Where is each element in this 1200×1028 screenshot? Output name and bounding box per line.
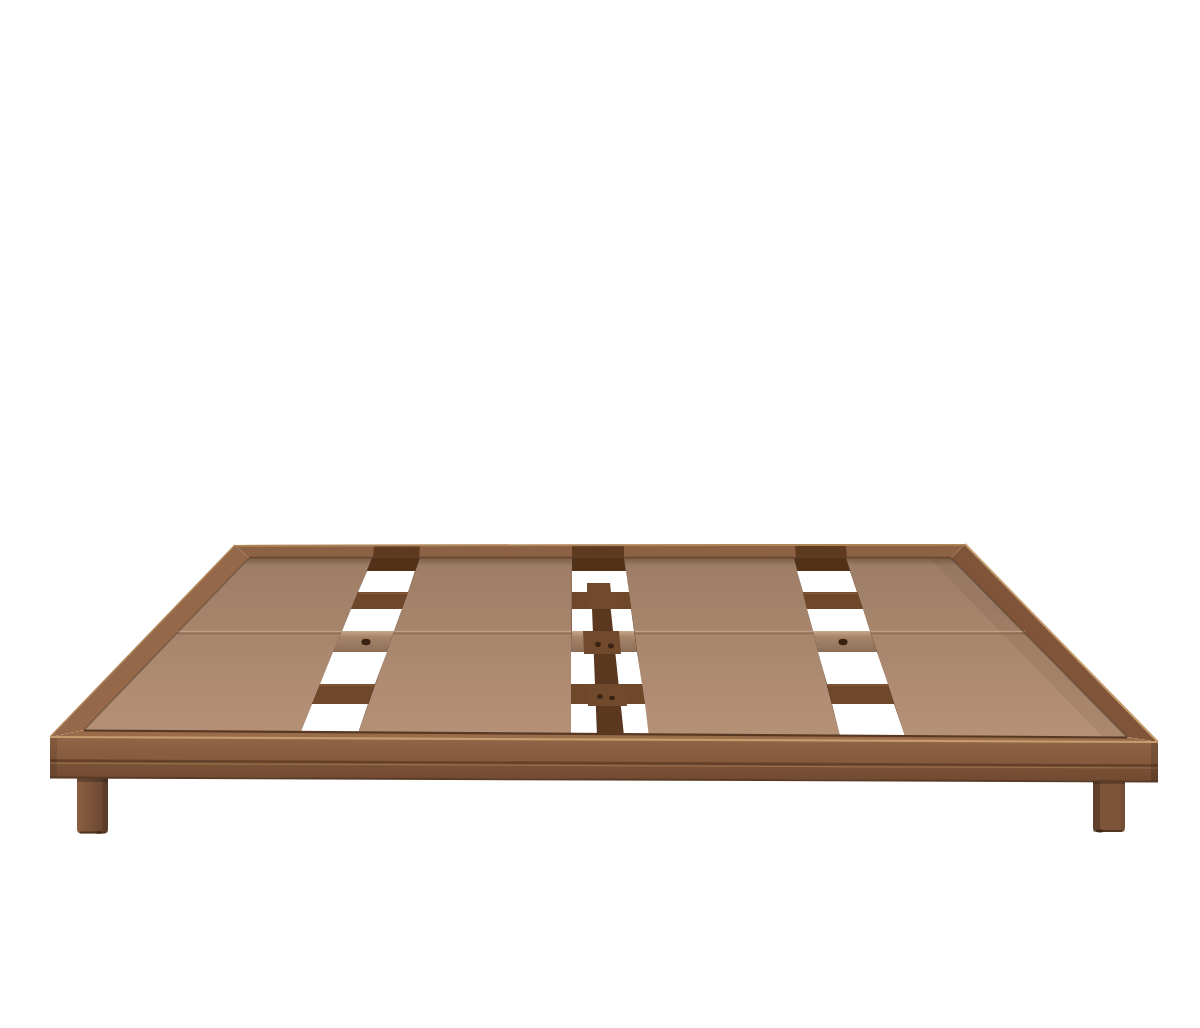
slat-crossbar bbox=[827, 684, 894, 704]
front-apron bbox=[50, 737, 1158, 782]
slat-crossbar bbox=[351, 592, 408, 609]
spine-plate bbox=[587, 684, 627, 706]
bed-frame-illustration: Product photo of a walnut-brown wooden p… bbox=[0, 0, 1200, 1028]
screw-hole bbox=[595, 642, 601, 647]
screw-hole bbox=[608, 644, 614, 649]
leg-right bbox=[1093, 776, 1125, 833]
screw-hole bbox=[839, 639, 848, 645]
leg-right-foot bbox=[1097, 829, 1104, 833]
leg-left bbox=[77, 774, 108, 834]
product-photo-stage: Product photo of a walnut-brown wooden p… bbox=[0, 0, 1200, 1028]
slot-opening bbox=[832, 704, 905, 736]
apron-end-cap-right bbox=[1151, 742, 1158, 781]
slot-opening bbox=[342, 609, 402, 631]
screw-hole bbox=[609, 696, 615, 700]
leg-right-edge-shade bbox=[1121, 776, 1125, 832]
back-rail-notch-left bbox=[373, 546, 420, 558]
back-rail-notch-center bbox=[572, 546, 624, 558]
apron-end-cap-left bbox=[50, 737, 57, 777]
leg-left-foot bbox=[96, 831, 102, 834]
slot-opening bbox=[358, 571, 415, 592]
spine-plate bbox=[583, 631, 621, 654]
spine-plate bbox=[587, 583, 611, 592]
slot-opening bbox=[807, 609, 870, 631]
slot-opening bbox=[797, 571, 857, 592]
slot-opening bbox=[818, 652, 888, 684]
slat-crossbar bbox=[803, 592, 863, 609]
leg-right-side-shade bbox=[1093, 776, 1100, 832]
screw-hole bbox=[597, 694, 603, 698]
leg-left-side-shade bbox=[103, 774, 109, 833]
background bbox=[0, 0, 1200, 1028]
back-rail-edge-highlight bbox=[235, 545, 965, 546]
back-rail-notch-right bbox=[795, 546, 847, 558]
screw-hole bbox=[362, 639, 371, 645]
spine-plate bbox=[585, 592, 617, 609]
slat-crossbar bbox=[312, 684, 375, 704]
